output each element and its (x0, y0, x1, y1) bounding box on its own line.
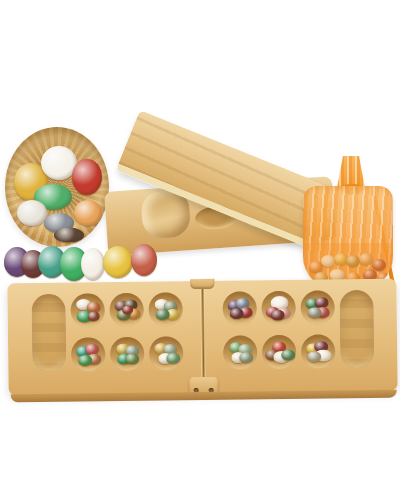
stone[interactable] (81, 248, 105, 280)
stone[interactable] (270, 310, 284, 321)
store-right[interactable] (339, 290, 374, 368)
pit-top-5[interactable] (261, 291, 295, 325)
pit-bottom-6[interactable] (301, 334, 335, 368)
stone[interactable] (74, 200, 102, 226)
pit-top-6[interactable] (300, 290, 334, 324)
store-left[interactable] (31, 294, 66, 372)
stone[interactable] (230, 308, 244, 319)
pit-bottom-1[interactable] (71, 337, 105, 371)
hinge-icon (190, 279, 214, 289)
stone[interactable] (131, 244, 157, 276)
stone[interactable] (72, 159, 102, 195)
bag-body (303, 186, 393, 290)
pit-bottom-4[interactable] (223, 335, 257, 369)
screw-icon (208, 388, 213, 393)
pit-bottom-5[interactable] (262, 335, 296, 369)
stone[interactable] (166, 353, 180, 364)
pit-top-2[interactable] (109, 293, 143, 327)
stone[interactable] (281, 349, 295, 360)
pit-top-3[interactable] (148, 292, 182, 326)
board-grid (31, 290, 375, 372)
stone[interactable] (17, 200, 47, 226)
stone[interactable] (122, 305, 133, 314)
mancala-board (7, 279, 397, 396)
gift-bag (301, 156, 397, 292)
stone[interactable] (103, 246, 133, 278)
stone[interactable] (126, 354, 140, 365)
pit-top-4[interactable] (222, 291, 256, 325)
pit-top-1[interactable] (70, 293, 104, 327)
clasp-icon (188, 377, 218, 397)
stone[interactable] (78, 355, 92, 366)
gemstone-bowl (5, 127, 109, 247)
stone[interactable] (239, 352, 253, 363)
pit-bottom-3[interactable] (149, 336, 183, 370)
stone[interactable] (88, 311, 100, 321)
screw-icon (193, 388, 198, 393)
pit-bottom-2[interactable] (110, 337, 144, 371)
